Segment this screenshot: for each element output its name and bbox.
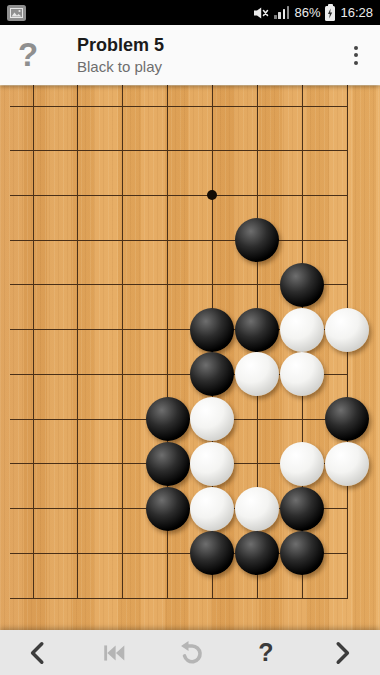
- go-board[interactable]: [0, 85, 380, 630]
- white-stone: [235, 487, 279, 531]
- black-stone: [190, 352, 234, 396]
- white-stone: [280, 308, 324, 352]
- rewind-to-start-button[interactable]: [76, 630, 152, 675]
- black-stone: [235, 218, 279, 262]
- app-screen: 86% 16:28 ? Problem 5 Black to play: [0, 0, 380, 675]
- screenshot-notification-icon: [7, 5, 26, 21]
- signal-icon: [274, 6, 289, 19]
- page-subtitle: Black to play: [77, 57, 332, 77]
- star-point: [207, 190, 217, 200]
- undo-arrow-icon: [177, 639, 204, 666]
- black-stone: [235, 308, 279, 352]
- grid-line-vertical: [77, 85, 78, 599]
- black-stone: [190, 308, 234, 352]
- hint-button[interactable]: ?: [228, 630, 304, 675]
- black-stone: [280, 263, 324, 307]
- grid-line-horizontal: [10, 240, 348, 241]
- toolbar: ? Problem 5 Black to play: [0, 25, 380, 85]
- undo-button[interactable]: [152, 630, 228, 675]
- grid-line-horizontal: [10, 150, 348, 151]
- black-stone: [146, 487, 190, 531]
- overflow-menu-icon[interactable]: [332, 25, 380, 85]
- grid-line-horizontal: [10, 106, 348, 107]
- page-title: Problem 5: [77, 34, 332, 57]
- next-problem-button[interactable]: [304, 630, 380, 675]
- grid-line-vertical: [33, 85, 34, 599]
- grid-line-vertical: [122, 85, 123, 599]
- white-stone: [325, 308, 369, 352]
- grid-line-horizontal: [10, 598, 348, 599]
- question-mark: ?: [258, 640, 273, 665]
- black-stone: [190, 531, 234, 575]
- app-help-button[interactable]: ?: [0, 25, 56, 85]
- white-stone: [280, 442, 324, 486]
- chevron-right-icon: [329, 640, 355, 666]
- white-stone: [190, 397, 234, 441]
- white-stone: [190, 442, 234, 486]
- bottom-navbar: ?: [0, 630, 380, 675]
- previous-problem-button[interactable]: [0, 630, 76, 675]
- chevron-left-icon: [25, 640, 51, 666]
- battery-percent: 86%: [294, 5, 320, 20]
- white-stone: [325, 442, 369, 486]
- grid-line-horizontal: [10, 195, 348, 196]
- clock: 16:28: [340, 5, 373, 20]
- toolbar-titles: Problem 5 Black to play: [77, 34, 332, 76]
- black-stone: [325, 397, 369, 441]
- black-stone: [146, 442, 190, 486]
- white-stone: [235, 352, 279, 396]
- black-stone: [280, 531, 324, 575]
- black-stone: [280, 487, 324, 531]
- battery-icon: [325, 6, 335, 21]
- white-stone: [280, 352, 324, 396]
- white-stone: [190, 487, 234, 531]
- status-bar: 86% 16:28: [0, 0, 380, 25]
- skip-back-icon: [101, 640, 127, 666]
- black-stone: [235, 531, 279, 575]
- mute-icon: [253, 6, 269, 20]
- black-stone: [146, 397, 190, 441]
